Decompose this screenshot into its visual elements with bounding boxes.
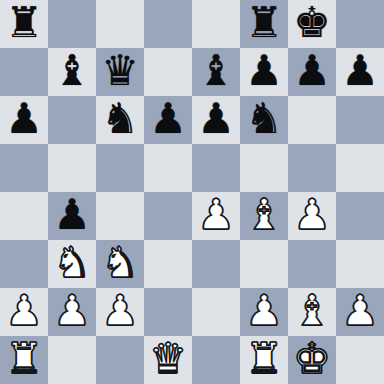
square-b8[interactable] xyxy=(48,0,96,48)
black-pawn[interactable]: ♟ xyxy=(245,47,283,95)
square-c1[interactable] xyxy=(96,336,144,384)
square-g1[interactable]: ♚ xyxy=(288,336,336,384)
square-e1[interactable] xyxy=(192,336,240,384)
square-g2[interactable]: ♝ xyxy=(288,288,336,336)
square-h5[interactable] xyxy=(336,144,384,192)
square-h4[interactable] xyxy=(336,192,384,240)
square-e7[interactable]: ♝ xyxy=(192,48,240,96)
square-d7[interactable] xyxy=(144,48,192,96)
black-pawn[interactable]: ♟ xyxy=(5,95,43,143)
square-d6[interactable]: ♟ xyxy=(144,96,192,144)
square-g7[interactable]: ♟ xyxy=(288,48,336,96)
square-e2[interactable] xyxy=(192,288,240,336)
square-e3[interactable] xyxy=(192,240,240,288)
white-bishop[interactable]: ♝ xyxy=(245,191,283,239)
black-queen[interactable]: ♛ xyxy=(101,47,139,95)
square-f5[interactable] xyxy=(240,144,288,192)
square-a8[interactable]: ♜ xyxy=(0,0,48,48)
white-knight[interactable]: ♞ xyxy=(101,239,139,287)
square-f2[interactable]: ♟ xyxy=(240,288,288,336)
square-a3[interactable] xyxy=(0,240,48,288)
square-b1[interactable] xyxy=(48,336,96,384)
white-pawn[interactable]: ♟ xyxy=(101,287,139,335)
white-king[interactable]: ♚ xyxy=(293,335,331,383)
square-a1[interactable]: ♜ xyxy=(0,336,48,384)
black-bishop[interactable]: ♝ xyxy=(197,47,235,95)
square-b7[interactable]: ♝ xyxy=(48,48,96,96)
square-h2[interactable]: ♟ xyxy=(336,288,384,336)
square-b5[interactable] xyxy=(48,144,96,192)
square-e4[interactable]: ♟ xyxy=(192,192,240,240)
square-e5[interactable] xyxy=(192,144,240,192)
square-a7[interactable] xyxy=(0,48,48,96)
square-d4[interactable] xyxy=(144,192,192,240)
square-g5[interactable] xyxy=(288,144,336,192)
white-pawn[interactable]: ♟ xyxy=(53,287,91,335)
black-knight[interactable]: ♞ xyxy=(101,95,139,143)
square-a4[interactable] xyxy=(0,192,48,240)
white-pawn[interactable]: ♟ xyxy=(341,287,379,335)
black-king[interactable]: ♚ xyxy=(293,0,331,47)
square-e8[interactable] xyxy=(192,0,240,48)
square-c4[interactable] xyxy=(96,192,144,240)
black-pawn[interactable]: ♟ xyxy=(341,47,379,95)
square-h1[interactable] xyxy=(336,336,384,384)
square-f3[interactable] xyxy=(240,240,288,288)
square-g8[interactable]: ♚ xyxy=(288,0,336,48)
square-d3[interactable] xyxy=(144,240,192,288)
square-b6[interactable] xyxy=(48,96,96,144)
square-d1[interactable]: ♛ xyxy=(144,336,192,384)
white-bishop[interactable]: ♝ xyxy=(293,287,331,335)
square-c2[interactable]: ♟ xyxy=(96,288,144,336)
black-knight[interactable]: ♞ xyxy=(245,95,283,143)
square-b3[interactable]: ♞ xyxy=(48,240,96,288)
square-b4[interactable]: ♟ xyxy=(48,192,96,240)
square-h3[interactable] xyxy=(336,240,384,288)
square-e6[interactable]: ♟ xyxy=(192,96,240,144)
black-pawn[interactable]: ♟ xyxy=(197,95,235,143)
white-pawn[interactable]: ♟ xyxy=(5,287,43,335)
square-a5[interactable] xyxy=(0,144,48,192)
white-pawn[interactable]: ♟ xyxy=(197,191,235,239)
square-h6[interactable] xyxy=(336,96,384,144)
square-b2[interactable]: ♟ xyxy=(48,288,96,336)
square-h8[interactable] xyxy=(336,0,384,48)
square-c6[interactable]: ♞ xyxy=(96,96,144,144)
square-a2[interactable]: ♟ xyxy=(0,288,48,336)
square-g6[interactable] xyxy=(288,96,336,144)
white-knight[interactable]: ♞ xyxy=(53,239,91,287)
square-f1[interactable]: ♜ xyxy=(240,336,288,384)
white-pawn[interactable]: ♟ xyxy=(245,287,283,335)
square-g3[interactable] xyxy=(288,240,336,288)
square-g4[interactable]: ♟ xyxy=(288,192,336,240)
square-h7[interactable]: ♟ xyxy=(336,48,384,96)
square-f4[interactable]: ♝ xyxy=(240,192,288,240)
black-pawn[interactable]: ♟ xyxy=(293,47,331,95)
square-a6[interactable]: ♟ xyxy=(0,96,48,144)
black-rook[interactable]: ♜ xyxy=(245,0,283,47)
white-rook[interactable]: ♜ xyxy=(5,335,43,383)
black-bishop[interactable]: ♝ xyxy=(53,47,91,95)
black-pawn[interactable]: ♟ xyxy=(53,191,91,239)
square-d8[interactable] xyxy=(144,0,192,48)
white-pawn[interactable]: ♟ xyxy=(293,191,331,239)
square-f7[interactable]: ♟ xyxy=(240,48,288,96)
chess-board: ♜♜♚♝♛♝♟♟♟♟♞♟♟♞♟♟♝♟♞♞♟♟♟♟♝♟♜♛♜♚ xyxy=(0,0,384,384)
square-c7[interactable]: ♛ xyxy=(96,48,144,96)
black-pawn[interactable]: ♟ xyxy=(149,95,187,143)
square-c3[interactable]: ♞ xyxy=(96,240,144,288)
square-f8[interactable]: ♜ xyxy=(240,0,288,48)
white-rook[interactable]: ♜ xyxy=(245,335,283,383)
square-c5[interactable] xyxy=(96,144,144,192)
square-c8[interactable] xyxy=(96,0,144,48)
white-queen[interactable]: ♛ xyxy=(149,335,187,383)
square-f6[interactable]: ♞ xyxy=(240,96,288,144)
square-d5[interactable] xyxy=(144,144,192,192)
square-d2[interactable] xyxy=(144,288,192,336)
black-rook[interactable]: ♜ xyxy=(5,0,43,47)
